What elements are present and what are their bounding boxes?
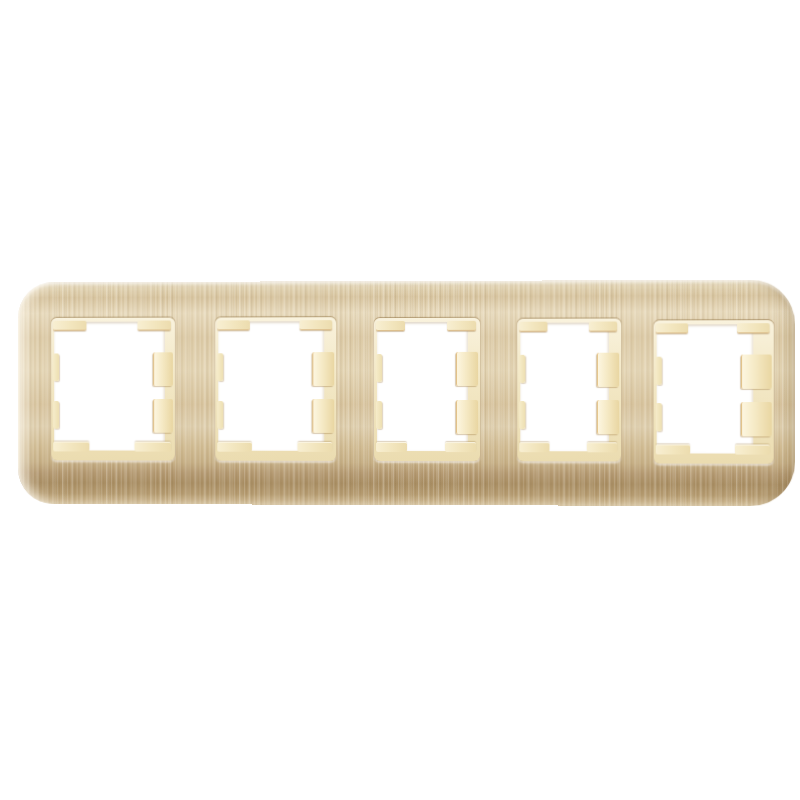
liner-tab-bottom-left (217, 442, 252, 452)
liner-tab-right-upper (153, 352, 173, 386)
liner-tab-bottom-left (53, 442, 89, 452)
liner-tab-left-lower (217, 400, 223, 428)
liner-tab-left-lower (519, 401, 525, 429)
liner-tab-right-upper (597, 353, 619, 387)
liner-tab-right-upper (741, 355, 772, 389)
liner-tab-bottom-left (519, 442, 549, 452)
liner-tab-bottom-right (135, 442, 171, 452)
gang-hole-1 (54, 322, 165, 451)
liner-tab-right-lower (597, 400, 619, 434)
liner-tab-top-left (519, 322, 547, 332)
liner-tab-right-upper (312, 352, 334, 386)
liner-tab-top-left (656, 323, 688, 333)
liner-tab-bottom-right (297, 442, 332, 452)
liner-tab-top-right (137, 321, 170, 331)
liner-tab-top-right (589, 322, 617, 332)
liner-tab-top-right (737, 323, 770, 333)
liner-tab-right-lower (456, 400, 478, 434)
liner-tab-right-lower (312, 399, 334, 433)
liner-tab-left-upper (53, 353, 59, 381)
liner-tab-bottom-right (587, 442, 617, 452)
gang-hole-3 (377, 322, 468, 451)
liner-tab-bottom-right (735, 444, 770, 454)
gang-opening-4 (517, 318, 621, 461)
liner-tab-top-right (300, 320, 333, 330)
liner-tab-left-upper (519, 354, 525, 382)
liner-tab-right-lower (153, 399, 173, 433)
liner-tab-left-upper (656, 356, 662, 384)
liner-tab-top-left (53, 321, 86, 331)
liner-tab-bottom-left (656, 444, 691, 454)
liner-tab-left-upper (217, 353, 223, 381)
liner-tab-top-left (217, 320, 250, 330)
liner-tab-left-upper (376, 354, 382, 382)
liner-tab-bottom-right (445, 442, 476, 452)
gang-opening-3 (374, 318, 480, 461)
product-photo (0, 0, 800, 800)
liner-tab-left-lower (656, 403, 662, 431)
gang-hole-2 (218, 321, 324, 451)
gang-opening-1 (51, 318, 175, 461)
gang-hole-5 (657, 324, 754, 453)
liner-tab-right-lower (741, 402, 772, 436)
liner-tab-top-right (447, 321, 476, 331)
gang-opening-5 (654, 320, 774, 464)
gang-opening-2 (215, 317, 336, 461)
liner-tab-left-lower (53, 400, 59, 428)
liner-tab-bottom-left (376, 442, 407, 452)
liner-tab-left-lower (376, 401, 382, 429)
switch-frame (18, 280, 795, 507)
liner-tab-top-left (376, 321, 405, 331)
liner-tab-right-upper (456, 352, 478, 386)
gang-hole-4 (520, 323, 609, 452)
